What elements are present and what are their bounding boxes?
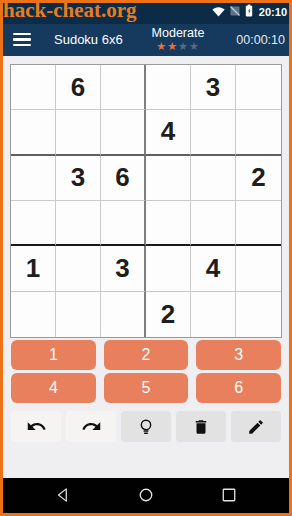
- status-clock: 20:10: [259, 6, 287, 18]
- cell-r1c1[interactable]: [11, 65, 56, 110]
- numpad-button-3[interactable]: 3: [196, 340, 281, 370]
- pencil-icon: [247, 418, 265, 436]
- cell-r6c3[interactable]: [101, 292, 146, 337]
- cell-r2c4[interactable]: 4: [146, 110, 191, 155]
- cell-r1c5[interactable]: 3: [191, 65, 236, 110]
- undo-icon: [26, 416, 47, 437]
- cell-r2c6[interactable]: [236, 110, 281, 155]
- cell-r3c4[interactable]: [146, 156, 191, 201]
- hint-button[interactable]: [121, 411, 171, 442]
- home-button[interactable]: [135, 486, 157, 508]
- cell-r1c2[interactable]: 6: [56, 65, 101, 110]
- cell-r2c5[interactable]: [191, 110, 236, 155]
- sudoku-app-screen: 20:10 hack-cheat.org Sudoku 6x6 Moderate…: [0, 0, 292, 516]
- cell-r3c5[interactable]: [191, 156, 236, 201]
- recents-icon: [220, 486, 238, 508]
- cell-r3c2[interactable]: 3: [56, 156, 101, 201]
- cell-r6c5[interactable]: [191, 292, 236, 337]
- cell-r5c5[interactable]: 4: [191, 246, 236, 291]
- cell-r4c2[interactable]: [56, 201, 101, 246]
- cell-r2c2[interactable]: [56, 110, 101, 155]
- home-icon: [137, 486, 155, 508]
- cell-r5c3[interactable]: 3: [101, 246, 146, 291]
- page-title: Sudoku 6x6: [54, 24, 123, 56]
- star-icon: ★: [156, 40, 167, 52]
- cell-r3c6[interactable]: 2: [236, 156, 281, 201]
- cell-r5c2[interactable]: [56, 246, 101, 291]
- back-icon: [54, 486, 72, 508]
- difficulty-label: Moderate: [152, 26, 205, 40]
- undo-button[interactable]: [11, 411, 61, 442]
- signal-off-icon: [229, 3, 241, 21]
- cell-r6c2[interactable]: [56, 292, 101, 337]
- star-icon: ★: [178, 40, 189, 52]
- cell-r1c6[interactable]: [236, 65, 281, 110]
- android-nav-bar: [0, 478, 292, 516]
- cell-r1c3[interactable]: [101, 65, 146, 110]
- numpad-button-2[interactable]: 2: [104, 340, 189, 370]
- cell-r3c3[interactable]: 6: [101, 156, 146, 201]
- pencil-button[interactable]: [231, 411, 281, 442]
- wifi-icon: [212, 3, 225, 21]
- numpad-button-6[interactable]: 6: [196, 373, 281, 403]
- cell-r5c6[interactable]: [236, 246, 281, 291]
- cell-r4c1[interactable]: [11, 201, 56, 246]
- redo-button[interactable]: [66, 411, 116, 442]
- trash-icon: [192, 418, 210, 436]
- star-icon: ★: [167, 40, 178, 52]
- cell-r4c5[interactable]: [191, 201, 236, 246]
- star-icon: ★: [189, 40, 200, 52]
- difficulty-stars: ★★★★: [152, 40, 205, 52]
- numpad-button-4[interactable]: 4: [11, 373, 96, 403]
- sudoku-grid: 6343621342: [11, 65, 281, 337]
- numpad: 123456: [11, 340, 281, 403]
- cell-r4c4[interactable]: [146, 201, 191, 246]
- cell-r5c4[interactable]: [146, 246, 191, 291]
- redo-icon: [81, 416, 102, 437]
- cell-r4c3[interactable]: [101, 201, 146, 246]
- cell-r6c4[interactable]: 2: [146, 292, 191, 337]
- cell-r6c6[interactable]: [236, 292, 281, 337]
- cell-r4c6[interactable]: [236, 201, 281, 246]
- cell-r6c1[interactable]: [11, 292, 56, 337]
- cell-r5c1[interactable]: 1: [11, 246, 56, 291]
- menu-icon[interactable]: [13, 33, 31, 46]
- app-bar: Sudoku 6x6 Moderate ★★★★ 00:00:10: [0, 24, 292, 56]
- numpad-button-1[interactable]: 1: [11, 340, 96, 370]
- battery-icon: [245, 3, 253, 21]
- cell-r2c3[interactable]: [101, 110, 146, 155]
- game-timer: 00:00:10: [236, 24, 285, 56]
- watermark: hack-cheat.org: [3, 0, 137, 22]
- difficulty-indicator: Moderate ★★★★: [152, 26, 205, 52]
- cell-r2c1[interactable]: [11, 110, 56, 155]
- cell-r1c4[interactable]: [146, 65, 191, 110]
- back-button[interactable]: [52, 486, 74, 508]
- lightbulb-icon: [136, 417, 156, 437]
- delete-button[interactable]: [176, 411, 226, 442]
- toolbar: [11, 411, 281, 442]
- numpad-button-5[interactable]: 5: [104, 373, 189, 403]
- cell-r3c1[interactable]: [11, 156, 56, 201]
- recents-button[interactable]: [218, 486, 240, 508]
